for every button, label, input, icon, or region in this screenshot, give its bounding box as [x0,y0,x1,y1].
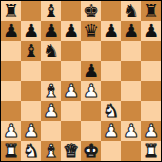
square-f3[interactable]: ♞ [101,101,121,121]
square-f7[interactable]: ♟ [101,21,121,41]
square-d1[interactable]: ♛ [61,141,81,161]
white-bishop-c4[interactable]: ♝ [43,81,59,101]
black-knight-c6[interactable]: ♞ [43,41,59,61]
square-h4[interactable] [141,81,161,101]
square-d8[interactable] [61,1,81,21]
square-b7[interactable]: ♟ [21,21,41,41]
square-g6[interactable] [121,41,141,61]
black-pawn-f7[interactable]: ♟ [103,21,119,41]
white-knight-f3[interactable]: ♞ [103,101,119,121]
black-knight-g8[interactable]: ♞ [123,1,139,21]
square-c3[interactable]: ♟ [41,101,61,121]
square-h1[interactable]: ♜ [141,141,161,161]
white-knight-b1[interactable]: ♞ [23,141,39,161]
square-d6[interactable] [61,41,81,61]
white-pawn-d4[interactable]: ♟ [63,81,79,101]
black-pawn-a7[interactable]: ♟ [3,21,19,41]
square-d3[interactable] [61,101,81,121]
square-h8[interactable]: ♜ [141,1,161,21]
square-e7[interactable]: ♛ [81,21,101,41]
square-b8[interactable] [21,1,41,21]
black-rook-h8[interactable]: ♜ [143,1,159,21]
square-h6[interactable] [141,41,161,61]
black-rook-a8[interactable]: ♜ [3,1,19,21]
square-d2[interactable] [61,121,81,141]
square-b1[interactable]: ♞ [21,141,41,161]
black-pawn-b7[interactable]: ♟ [23,21,39,41]
chess-board: ♜♝♚♞♜♟♟♟♟♛♟♟♟♝♞♟♝♟♟♟♞♟♟♟♟♟♜♞♝♛♚♜ [1,1,161,161]
black-queen-e7[interactable]: ♛ [83,21,99,41]
square-f8[interactable] [101,1,121,21]
white-rook-a1[interactable]: ♜ [3,141,19,161]
square-e5[interactable]: ♟ [81,61,101,81]
square-h5[interactable] [141,61,161,81]
square-d7[interactable]: ♟ [61,21,81,41]
square-b6[interactable]: ♝ [21,41,41,61]
black-pawn-c7[interactable]: ♟ [43,21,59,41]
square-f1[interactable] [101,141,121,161]
square-c7[interactable]: ♟ [41,21,61,41]
square-a8[interactable]: ♜ [1,1,21,21]
square-h3[interactable] [141,101,161,121]
square-c4[interactable]: ♝ [41,81,61,101]
square-a5[interactable] [1,61,21,81]
square-c5[interactable] [41,61,61,81]
square-a1[interactable]: ♜ [1,141,21,161]
square-d5[interactable] [61,61,81,81]
square-f2[interactable]: ♟ [101,121,121,141]
square-g3[interactable] [121,101,141,121]
square-e6[interactable] [81,41,101,61]
black-king-e8[interactable]: ♚ [83,1,99,21]
square-g4[interactable] [121,81,141,101]
square-g5[interactable] [121,61,141,81]
square-e3[interactable] [81,101,101,121]
square-a6[interactable] [1,41,21,61]
square-b4[interactable] [21,81,41,101]
board-frame: ♜♝♚♞♜♟♟♟♟♛♟♟♟♝♞♟♝♟♟♟♞♟♟♟♟♟♜♞♝♛♚♜ [0,0,162,162]
square-e4[interactable]: ♟ [81,81,101,101]
white-rook-h1[interactable]: ♜ [143,141,159,161]
square-c2[interactable] [41,121,61,141]
white-king-e1[interactable]: ♚ [83,141,99,161]
square-f5[interactable] [101,61,121,81]
black-pawn-e5[interactable]: ♟ [83,61,99,81]
square-c8[interactable]: ♝ [41,1,61,21]
square-c6[interactable]: ♞ [41,41,61,61]
square-g8[interactable]: ♞ [121,1,141,21]
square-b2[interactable]: ♟ [21,121,41,141]
square-a2[interactable]: ♟ [1,121,21,141]
white-pawn-b2[interactable]: ♟ [23,121,39,141]
square-f6[interactable] [101,41,121,61]
square-a7[interactable]: ♟ [1,21,21,41]
white-pawn-c3[interactable]: ♟ [43,101,59,121]
white-pawn-g2[interactable]: ♟ [123,121,139,141]
black-pawn-d7[interactable]: ♟ [63,21,79,41]
white-pawn-h2[interactable]: ♟ [143,121,159,141]
square-e2[interactable] [81,121,101,141]
white-pawn-f2[interactable]: ♟ [103,121,119,141]
square-b5[interactable] [21,61,41,81]
square-g1[interactable] [121,141,141,161]
square-a3[interactable] [1,101,21,121]
square-a4[interactable] [1,81,21,101]
square-g2[interactable]: ♟ [121,121,141,141]
white-pawn-e4[interactable]: ♟ [83,81,99,101]
black-bishop-c8[interactable]: ♝ [43,1,59,21]
square-c1[interactable]: ♝ [41,141,61,161]
white-bishop-c1[interactable]: ♝ [43,141,59,161]
square-e1[interactable]: ♚ [81,141,101,161]
black-pawn-h7[interactable]: ♟ [143,21,159,41]
black-pawn-g7[interactable]: ♟ [123,21,139,41]
square-e8[interactable]: ♚ [81,1,101,21]
square-f4[interactable] [101,81,121,101]
square-h2[interactable]: ♟ [141,121,161,141]
square-b3[interactable] [21,101,41,121]
white-queen-d1[interactable]: ♛ [63,141,79,161]
square-g7[interactable]: ♟ [121,21,141,41]
black-bishop-b6[interactable]: ♝ [23,41,39,61]
white-pawn-a2[interactable]: ♟ [3,121,19,141]
square-d4[interactable]: ♟ [61,81,81,101]
square-h7[interactable]: ♟ [141,21,161,41]
